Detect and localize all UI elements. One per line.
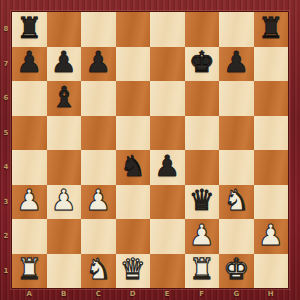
square-h1[interactable]	[254, 254, 289, 289]
rank-label-2: 2	[0, 219, 12, 254]
square-c3[interactable]: ♟	[81, 185, 116, 220]
file-label-e: E	[150, 288, 185, 300]
board-frame: 87654321 ABCDEFGH ♜♜♟♟♟♚♟♝♞♟♟♟♟♛♞♟♟♜♞♛♜♚	[0, 0, 300, 300]
square-a1[interactable]: ♜	[12, 254, 47, 289]
square-e4[interactable]: ♟	[150, 150, 185, 185]
square-d8[interactable]	[116, 12, 151, 47]
square-g3[interactable]: ♞	[219, 185, 254, 220]
square-b5[interactable]	[47, 116, 82, 151]
square-c2[interactable]	[81, 219, 116, 254]
square-f8[interactable]	[185, 12, 220, 47]
square-g2[interactable]	[219, 219, 254, 254]
square-b4[interactable]	[47, 150, 82, 185]
square-b1[interactable]	[47, 254, 82, 289]
square-f1[interactable]: ♜	[185, 254, 220, 289]
square-f4[interactable]	[185, 150, 220, 185]
piece-black-pawn: ♟	[85, 48, 111, 77]
piece-white-king: ♚	[223, 255, 249, 284]
piece-black-rook: ♜	[258, 14, 284, 43]
piece-white-rook: ♜	[189, 255, 215, 284]
piece-black-rook: ♜	[16, 14, 42, 43]
file-label-h: H	[254, 288, 289, 300]
square-e1[interactable]	[150, 254, 185, 289]
piece-white-queen: ♛	[120, 255, 146, 284]
square-h3[interactable]	[254, 185, 289, 220]
piece-white-pawn: ♟	[16, 186, 42, 215]
square-b7[interactable]: ♟	[47, 47, 82, 82]
piece-black-queen: ♛	[189, 186, 215, 215]
piece-black-pawn: ♟	[223, 48, 249, 77]
piece-black-pawn: ♟	[16, 48, 42, 77]
piece-white-pawn: ♟	[51, 186, 77, 215]
square-f3[interactable]: ♛	[185, 185, 220, 220]
square-f5[interactable]	[185, 116, 220, 151]
square-e3[interactable]	[150, 185, 185, 220]
square-b3[interactable]: ♟	[47, 185, 82, 220]
square-f2[interactable]: ♟	[185, 219, 220, 254]
square-h4[interactable]	[254, 150, 289, 185]
square-b2[interactable]	[47, 219, 82, 254]
chess-board-grid: ♜♜♟♟♟♚♟♝♞♟♟♟♟♛♞♟♟♜♞♛♜♚	[12, 12, 288, 288]
square-g8[interactable]	[219, 12, 254, 47]
rank-label-8: 8	[0, 12, 12, 47]
piece-white-rook: ♜	[16, 255, 42, 284]
file-label-d: D	[116, 288, 151, 300]
square-c6[interactable]	[81, 81, 116, 116]
square-g6[interactable]	[219, 81, 254, 116]
square-d3[interactable]	[116, 185, 151, 220]
square-h5[interactable]	[254, 116, 289, 151]
square-f7[interactable]: ♚	[185, 47, 220, 82]
file-label-g: G	[219, 288, 254, 300]
square-a7[interactable]: ♟	[12, 47, 47, 82]
rank-label-6: 6	[0, 81, 12, 116]
piece-black-pawn: ♟	[51, 48, 77, 77]
file-labels: ABCDEFGH	[12, 288, 288, 300]
square-h6[interactable]	[254, 81, 289, 116]
piece-white-knight: ♞	[85, 255, 111, 284]
square-g7[interactable]: ♟	[219, 47, 254, 82]
square-h7[interactable]	[254, 47, 289, 82]
square-d4[interactable]: ♞	[116, 150, 151, 185]
file-label-f: F	[185, 288, 220, 300]
square-a8[interactable]: ♜	[12, 12, 47, 47]
square-g4[interactable]	[219, 150, 254, 185]
square-a3[interactable]: ♟	[12, 185, 47, 220]
square-d2[interactable]	[116, 219, 151, 254]
square-h8[interactable]: ♜	[254, 12, 289, 47]
square-c5[interactable]	[81, 116, 116, 151]
piece-black-king: ♚	[189, 48, 215, 77]
square-c8[interactable]	[81, 12, 116, 47]
square-a4[interactable]	[12, 150, 47, 185]
piece-black-knight: ♞	[120, 152, 146, 181]
file-label-b: B	[47, 288, 82, 300]
piece-black-pawn: ♟	[154, 152, 180, 181]
piece-white-pawn: ♟	[189, 221, 215, 250]
square-g1[interactable]: ♚	[219, 254, 254, 289]
square-e2[interactable]	[150, 219, 185, 254]
rank-label-5: 5	[0, 116, 12, 151]
square-e6[interactable]	[150, 81, 185, 116]
rank-label-4: 4	[0, 150, 12, 185]
piece-white-knight: ♞	[223, 186, 249, 215]
square-h2[interactable]: ♟	[254, 219, 289, 254]
square-f6[interactable]	[185, 81, 220, 116]
square-c4[interactable]	[81, 150, 116, 185]
square-a5[interactable]	[12, 116, 47, 151]
square-d1[interactable]: ♛	[116, 254, 151, 289]
square-a2[interactable]	[12, 219, 47, 254]
square-b6[interactable]: ♝	[47, 81, 82, 116]
piece-black-bishop: ♝	[51, 83, 77, 112]
square-c7[interactable]: ♟	[81, 47, 116, 82]
square-e8[interactable]	[150, 12, 185, 47]
rank-label-7: 7	[0, 47, 12, 82]
square-c1[interactable]: ♞	[81, 254, 116, 289]
square-b8[interactable]	[47, 12, 82, 47]
square-g5[interactable]	[219, 116, 254, 151]
square-d6[interactable]	[116, 81, 151, 116]
square-e7[interactable]	[150, 47, 185, 82]
square-a6[interactable]	[12, 81, 47, 116]
square-d7[interactable]	[116, 47, 151, 82]
file-label-c: C	[81, 288, 116, 300]
rank-labels: 87654321	[0, 12, 12, 288]
piece-white-pawn: ♟	[85, 186, 111, 215]
rank-label-1: 1	[0, 254, 12, 289]
file-label-a: A	[12, 288, 47, 300]
rank-label-3: 3	[0, 185, 12, 220]
piece-white-pawn: ♟	[258, 221, 284, 250]
square-d5[interactable]	[116, 116, 151, 151]
square-e5[interactable]	[150, 116, 185, 151]
